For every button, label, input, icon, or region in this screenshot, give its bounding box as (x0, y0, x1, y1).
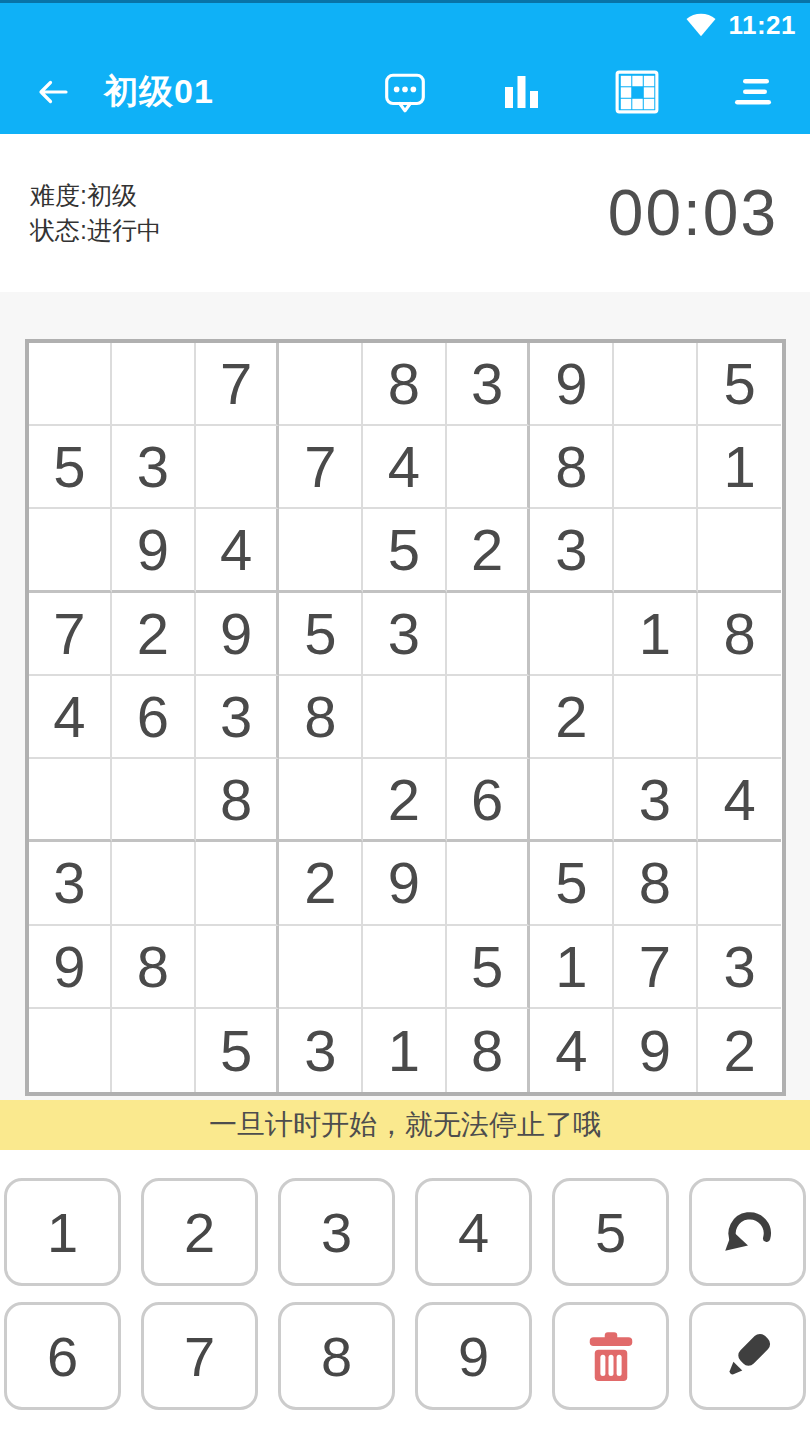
erase-button[interactable] (552, 1302, 669, 1410)
menu-icon (731, 70, 775, 114)
sudoku-cell-r9c9[interactable]: 2 (698, 1009, 782, 1092)
sudoku-cell-r7c5[interactable]: 9 (363, 842, 447, 925)
sudoku-cell-r4c9[interactable]: 8 (698, 593, 782, 676)
sudoku-cell-r1c7[interactable]: 9 (530, 343, 614, 426)
page-title: 初级01 (104, 69, 214, 115)
sudoku-cell-r9c1[interactable] (29, 1009, 113, 1092)
sudoku-cell-r5c8[interactable] (614, 676, 698, 759)
sudoku-cell-r6c7[interactable] (530, 759, 614, 842)
sudoku-cell-r6c8[interactable]: 3 (614, 759, 698, 842)
sudoku-cell-r6c3[interactable]: 8 (196, 759, 280, 842)
clock: 11:21 (728, 10, 796, 41)
sudoku-cell-r2c1[interactable]: 5 (29, 426, 113, 509)
bar-chart-icon (499, 70, 543, 114)
info-panel: 难度:初级 状态:进行中 00:03 (0, 134, 810, 292)
key-5[interactable]: 5 (552, 1178, 669, 1286)
sudoku-cell-r9c7[interactable]: 4 (530, 1009, 614, 1092)
sudoku-cell-r2c9[interactable]: 1 (698, 426, 782, 509)
sudoku-cell-r3c2[interactable]: 9 (112, 509, 196, 592)
sudoku-cell-r4c5[interactable]: 3 (363, 593, 447, 676)
app-bar: 初级01 (0, 50, 810, 134)
sudoku-cell-r4c4[interactable]: 5 (279, 593, 363, 676)
sudoku-cell-r7c9[interactable] (698, 842, 782, 925)
sudoku-cell-r3c5[interactable]: 5 (363, 509, 447, 592)
sudoku-cell-r8c4[interactable] (279, 926, 363, 1009)
sudoku-cell-r8c6[interactable]: 5 (447, 926, 531, 1009)
hint-banner: 一旦计时开始，就无法停止了哦 (0, 1100, 810, 1150)
sudoku-cell-r9c8[interactable]: 9 (614, 1009, 698, 1092)
sudoku-cell-r4c7[interactable] (530, 593, 614, 676)
sudoku-cell-r5c9[interactable] (698, 676, 782, 759)
sudoku-cell-r8c1[interactable]: 9 (29, 926, 113, 1009)
sudoku-cell-r5c7[interactable]: 2 (530, 676, 614, 759)
sudoku-cell-r7c1[interactable]: 3 (29, 842, 113, 925)
sudoku-cell-r8c5[interactable] (363, 926, 447, 1009)
sudoku-cell-r8c2[interactable]: 8 (112, 926, 196, 1009)
sudoku-cell-r5c1[interactable]: 4 (29, 676, 113, 759)
key-8[interactable]: 8 (278, 1302, 395, 1410)
sudoku-cell-r6c9[interactable]: 4 (698, 759, 782, 842)
sudoku-cell-r9c6[interactable]: 8 (447, 1009, 531, 1092)
wifi-icon (686, 10, 716, 40)
sudoku-cell-r9c5[interactable]: 1 (363, 1009, 447, 1092)
sudoku-cell-r2c7[interactable]: 8 (530, 426, 614, 509)
sudoku-cell-r7c4[interactable]: 2 (279, 842, 363, 925)
sudoku-cell-r2c4[interactable]: 7 (279, 426, 363, 509)
sudoku-cell-r4c6[interactable] (447, 593, 531, 676)
sudoku-cell-r1c6[interactable]: 3 (447, 343, 531, 426)
sudoku-cell-r1c1[interactable] (29, 343, 113, 426)
key-3[interactable]: 3 (278, 1178, 395, 1286)
sudoku-cell-r3c8[interactable] (614, 509, 698, 592)
keypad-row-2: 6 7 8 9 (4, 1302, 806, 1410)
sudoku-cell-r5c3[interactable]: 3 (196, 676, 280, 759)
sudoku-cell-r2c6[interactable] (447, 426, 531, 509)
comment-button[interactable] (382, 69, 428, 115)
sudoku-cell-r1c4[interactable] (279, 343, 363, 426)
sudoku-cell-r6c6[interactable]: 6 (447, 759, 531, 842)
sudoku-cell-r4c2[interactable]: 2 (112, 593, 196, 676)
sudoku-cell-r3c3[interactable]: 4 (196, 509, 280, 592)
sudoku-cell-r3c7[interactable]: 3 (530, 509, 614, 592)
board-area: 7839553748194523729531846382826343295898… (0, 292, 810, 1100)
sudoku-cell-r4c3[interactable]: 9 (196, 593, 280, 676)
sudoku-app-screen: 11:21 初级01 (0, 0, 810, 1440)
keypad: 1 2 3 4 5 6 7 8 9 (0, 1150, 810, 1440)
grid-icon (614, 69, 660, 115)
sudoku-cell-r3c9[interactable] (698, 509, 782, 592)
board-select-button[interactable] (614, 69, 660, 115)
sudoku-cell-r9c3[interactable]: 5 (196, 1009, 280, 1092)
status-bar: 11:21 (0, 0, 810, 50)
back-arrow-icon (35, 74, 71, 110)
sudoku-cell-r1c3[interactable]: 7 (196, 343, 280, 426)
sudoku-cell-r5c5[interactable] (363, 676, 447, 759)
sudoku-cell-r3c4[interactable] (279, 509, 363, 592)
sudoku-cell-r8c3[interactable] (196, 926, 280, 1009)
sudoku-cell-r5c6[interactable] (447, 676, 531, 759)
pencil-button[interactable] (689, 1302, 806, 1410)
sudoku-cell-r6c1[interactable] (29, 759, 113, 842)
key-4[interactable]: 4 (415, 1178, 532, 1286)
undo-button[interactable] (689, 1178, 806, 1286)
status-label: 状态:进行中 (30, 213, 162, 248)
key-2[interactable]: 2 (141, 1178, 258, 1286)
sudoku-cell-r7c7[interactable]: 5 (530, 842, 614, 925)
stats-button[interactable] (498, 69, 544, 115)
difficulty-label: 难度:初级 (30, 178, 162, 213)
sudoku-cell-r8c8[interactable]: 7 (614, 926, 698, 1009)
pencil-icon (718, 1326, 778, 1386)
key-9[interactable]: 9 (415, 1302, 532, 1410)
sudoku-cell-r7c2[interactable] (112, 842, 196, 925)
sudoku-cell-r9c2[interactable] (112, 1009, 196, 1092)
sudoku-grid: 7839553748194523729531846382826343295898… (25, 339, 786, 1096)
sudoku-cell-r2c2[interactable]: 3 (112, 426, 196, 509)
sudoku-cell-r1c5[interactable]: 8 (363, 343, 447, 426)
sudoku-cell-r7c3[interactable] (196, 842, 280, 925)
back-button[interactable] (30, 69, 76, 115)
key-6[interactable]: 6 (4, 1302, 121, 1410)
key-1[interactable]: 1 (4, 1178, 121, 1286)
hint-text: 一旦计时开始，就无法停止了哦 (209, 1106, 601, 1144)
sudoku-cell-r5c2[interactable]: 6 (112, 676, 196, 759)
trash-icon (581, 1326, 641, 1386)
sudoku-cell-r8c7[interactable]: 1 (530, 926, 614, 1009)
sudoku-cell-r7c8[interactable]: 8 (614, 842, 698, 925)
game-meta: 难度:初级 状态:进行中 (30, 178, 162, 248)
keypad-row-1: 1 2 3 4 5 (4, 1178, 806, 1286)
undo-icon (719, 1203, 777, 1261)
sudoku-cell-r8c9[interactable]: 3 (698, 926, 782, 1009)
sudoku-cell-r5c4[interactable]: 8 (279, 676, 363, 759)
sudoku-cell-r4c8[interactable]: 1 (614, 593, 698, 676)
sudoku-cell-r2c5[interactable]: 4 (363, 426, 447, 509)
sudoku-cell-r2c3[interactable] (196, 426, 280, 509)
sudoku-cell-r4c1[interactable]: 7 (29, 593, 113, 676)
sudoku-cell-r3c1[interactable] (29, 509, 113, 592)
sudoku-cell-r9c4[interactable]: 3 (279, 1009, 363, 1092)
menu-button[interactable] (730, 69, 776, 115)
sudoku-cell-r6c4[interactable] (279, 759, 363, 842)
sudoku-cell-r3c6[interactable]: 2 (447, 509, 531, 592)
sudoku-cell-r1c2[interactable] (112, 343, 196, 426)
key-7[interactable]: 7 (141, 1302, 258, 1410)
sudoku-cell-r7c6[interactable] (447, 842, 531, 925)
timer: 00:03 (608, 176, 778, 250)
chat-bubble-icon (382, 69, 428, 115)
sudoku-cell-r1c8[interactable] (614, 343, 698, 426)
sudoku-cell-r2c8[interactable] (614, 426, 698, 509)
app-bar-actions (382, 69, 810, 115)
sudoku-cell-r1c9[interactable]: 5 (698, 343, 782, 426)
sudoku-cell-r6c5[interactable]: 2 (363, 759, 447, 842)
sudoku-cell-r6c2[interactable] (112, 759, 196, 842)
screen-top-edge (0, 0, 810, 3)
